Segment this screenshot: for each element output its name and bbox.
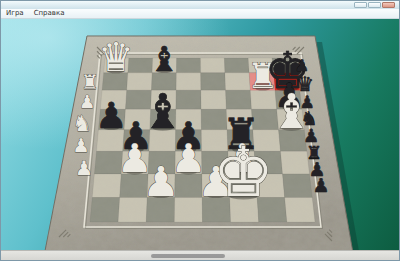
footer-smudge xyxy=(151,254,225,258)
chess-board-scene: ♛♝♜♚♟♟♝♝♟♟♜♟♟♟♟♟♚♜♟♞♟♟♟♛♟♞♟♜♟♟ xyxy=(1,19,399,253)
captured-black-pawn: ♟ xyxy=(312,174,329,196)
menu-game[interactable]: Игра xyxy=(6,9,24,18)
captured-white-knight: ♞ xyxy=(72,111,92,136)
piece-white-queen-a8[interactable]: ♛ xyxy=(98,34,134,80)
piece-black-bishop-c8[interactable]: ♝ xyxy=(149,39,180,79)
piece-white-king-f2[interactable]: ♚ xyxy=(213,133,274,212)
minimize-button[interactable] xyxy=(354,2,367,8)
chess-titans-window: Игра Справка ♛♝♜♚♟♟♝♝♟♟♜♟♟♟♟♟♚♜♟♞♟♟♟♛♟♞♟… xyxy=(0,0,400,261)
menu-help[interactable]: Справка xyxy=(34,9,65,18)
captured-white-pawn: ♟ xyxy=(72,134,89,156)
maximize-button[interactable] xyxy=(368,2,381,8)
window-footer xyxy=(1,250,399,260)
close-button[interactable] xyxy=(382,2,395,8)
captured-white-pawn: ♟ xyxy=(75,156,93,180)
menu-bar: Игра Справка xyxy=(1,9,399,19)
window-controls xyxy=(354,2,395,8)
piece-white-pawn-c2[interactable]: ♟ xyxy=(142,158,179,206)
game-area: ♛♝♜♚♟♟♝♝♟♟♜♟♟♟♟♟♚♜♟♞♟♟♟♛♟♞♟♜♟♟ xyxy=(1,19,399,253)
captured-white-pawn: ♟ xyxy=(79,91,95,112)
